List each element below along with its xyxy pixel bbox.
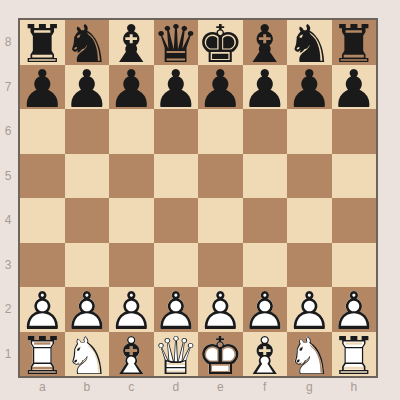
piece-outline-layer: ♖	[332, 334, 377, 379]
white-rook[interactable]: ♜♖	[332, 334, 377, 379]
file-coordinates: a b c d e f g h	[20, 377, 376, 397]
square-c7[interactable]: ♟	[109, 65, 154, 110]
piece-outline-layer: ♖	[20, 334, 65, 379]
square-a7[interactable]: ♟	[20, 65, 65, 110]
file-label: d	[154, 377, 199, 397]
rank-label: 8	[0, 20, 16, 65]
piece-outline-layer: ♕	[154, 334, 199, 379]
piece-outline-layer: ♘	[287, 334, 332, 379]
black-pawn[interactable]: ♟	[154, 67, 199, 112]
square-e1[interactable]: ♚♔	[198, 332, 243, 377]
square-c6[interactable]	[109, 109, 154, 154]
square-d1[interactable]: ♛♕	[154, 332, 199, 377]
piece-outline-layer: ♗	[243, 334, 288, 379]
square-d7[interactable]: ♟	[154, 65, 199, 110]
square-c4[interactable]	[109, 198, 154, 243]
black-pawn[interactable]: ♟	[65, 67, 110, 112]
square-h1[interactable]: ♜♖	[332, 332, 377, 377]
square-a4[interactable]	[20, 198, 65, 243]
file-label: c	[109, 377, 154, 397]
black-pawn[interactable]: ♟	[287, 67, 332, 112]
rank-label: 1	[0, 332, 16, 377]
white-knight[interactable]: ♞♘	[287, 334, 332, 379]
square-g6[interactable]	[287, 109, 332, 154]
square-h5[interactable]	[332, 154, 377, 199]
rank-label: 7	[0, 65, 16, 110]
square-c1[interactable]: ♝♗	[109, 332, 154, 377]
square-a1[interactable]: ♜♖	[20, 332, 65, 377]
white-rook[interactable]: ♜♖	[20, 334, 65, 379]
square-d5[interactable]	[154, 154, 199, 199]
square-d4[interactable]	[154, 198, 199, 243]
black-pawn[interactable]: ♟	[109, 67, 154, 112]
square-e6[interactable]	[198, 109, 243, 154]
square-b1[interactable]: ♞♘	[65, 332, 110, 377]
file-label: h	[332, 377, 377, 397]
square-e4[interactable]	[198, 198, 243, 243]
square-c5[interactable]	[109, 154, 154, 199]
square-a5[interactable]	[20, 154, 65, 199]
square-f4[interactable]	[243, 198, 288, 243]
file-label: f	[243, 377, 288, 397]
white-bishop[interactable]: ♝♗	[109, 334, 154, 379]
square-g5[interactable]	[287, 154, 332, 199]
chess-app: 8 7 6 5 4 3 2 1 ♜♞♝♛♚♝♞♜♟♟♟♟♟♟♟♟♟♙♟♙♟♙♟♙…	[0, 0, 400, 400]
rank-label: 4	[0, 198, 16, 243]
file-label: e	[198, 377, 243, 397]
rank-label: 5	[0, 154, 16, 199]
piece-outline-layer: ♔	[198, 334, 243, 379]
rank-coordinates: 8 7 6 5 4 3 2 1	[0, 20, 16, 376]
file-label: a	[20, 377, 65, 397]
square-f1[interactable]: ♝♗	[243, 332, 288, 377]
square-f5[interactable]	[243, 154, 288, 199]
square-d6[interactable]	[154, 109, 199, 154]
square-h6[interactable]	[332, 109, 377, 154]
square-g7[interactable]: ♟	[287, 65, 332, 110]
square-e7[interactable]: ♟	[198, 65, 243, 110]
square-h4[interactable]	[332, 198, 377, 243]
black-pawn[interactable]: ♟	[20, 67, 65, 112]
white-knight[interactable]: ♞♘	[65, 334, 110, 379]
file-label: b	[65, 377, 110, 397]
white-king[interactable]: ♚♔	[198, 334, 243, 379]
square-b6[interactable]	[65, 109, 110, 154]
square-h7[interactable]: ♟	[332, 65, 377, 110]
square-f7[interactable]: ♟	[243, 65, 288, 110]
square-b5[interactable]	[65, 154, 110, 199]
black-pawn[interactable]: ♟	[332, 67, 377, 112]
rank-label: 6	[0, 109, 16, 154]
square-g1[interactable]: ♞♘	[287, 332, 332, 377]
piece-outline-layer: ♗	[109, 334, 154, 379]
chess-board: ♜♞♝♛♚♝♞♜♟♟♟♟♟♟♟♟♟♙♟♙♟♙♟♙♟♙♟♙♟♙♟♙♜♖♞♘♝♗♛♕…	[18, 18, 378, 378]
white-bishop[interactable]: ♝♗	[243, 334, 288, 379]
board-grid: ♜♞♝♛♚♝♞♜♟♟♟♟♟♟♟♟♟♙♟♙♟♙♟♙♟♙♟♙♟♙♟♙♜♖♞♘♝♗♛♕…	[20, 20, 376, 376]
rank-label: 2	[0, 287, 16, 332]
rank-label: 3	[0, 243, 16, 288]
black-pawn[interactable]: ♟	[243, 67, 288, 112]
black-pawn[interactable]: ♟	[198, 67, 243, 112]
square-e5[interactable]	[198, 154, 243, 199]
square-g4[interactable]	[287, 198, 332, 243]
square-a6[interactable]	[20, 109, 65, 154]
white-queen[interactable]: ♛♕	[154, 334, 199, 379]
square-b7[interactable]: ♟	[65, 65, 110, 110]
square-f6[interactable]	[243, 109, 288, 154]
square-b4[interactable]	[65, 198, 110, 243]
piece-outline-layer: ♘	[65, 334, 110, 379]
file-label: g	[287, 377, 332, 397]
